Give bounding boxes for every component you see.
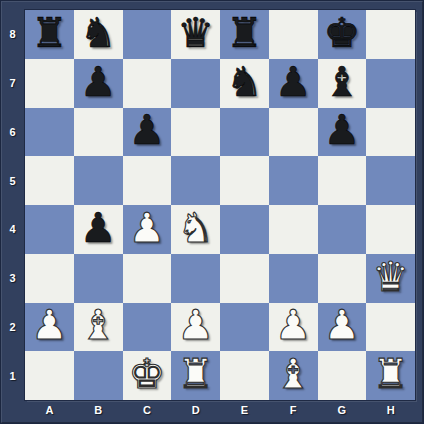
square-e2[interactable] — [220, 303, 269, 352]
square-a6[interactable] — [25, 108, 74, 157]
square-e4[interactable] — [220, 205, 269, 254]
piece-black-rook[interactable]: ♜ — [31, 13, 68, 54]
piece-black-pawn[interactable]: ♟ — [323, 110, 360, 151]
file-label-g: G — [318, 400, 367, 420]
piece-white-king[interactable]: ♚ — [128, 354, 165, 395]
square-d4[interactable]: ♞ — [171, 205, 220, 254]
square-e3[interactable] — [220, 254, 269, 303]
square-g1[interactable] — [318, 351, 367, 400]
piece-black-bishop[interactable]: ♝ — [323, 62, 360, 103]
square-h2[interactable] — [366, 303, 415, 352]
file-label-b: B — [74, 400, 123, 420]
square-d7[interactable] — [171, 59, 220, 108]
square-g5[interactable] — [318, 156, 367, 205]
rank-label-8: 8 — [0, 10, 25, 59]
square-f5[interactable] — [269, 156, 318, 205]
square-a1[interactable] — [25, 351, 74, 400]
rank-labels: 87654321 — [0, 10, 25, 400]
square-d3[interactable] — [171, 254, 220, 303]
file-label-e: E — [220, 400, 269, 420]
file-label-f: F — [269, 400, 318, 420]
square-e7[interactable]: ♞ — [220, 59, 269, 108]
piece-white-knight[interactable]: ♞ — [177, 208, 214, 249]
square-g7[interactable]: ♝ — [318, 59, 367, 108]
square-h1[interactable]: ♜ — [366, 351, 415, 400]
square-a2[interactable]: ♟ — [25, 303, 74, 352]
piece-black-knight[interactable]: ♞ — [226, 62, 263, 103]
square-b5[interactable] — [74, 156, 123, 205]
square-g6[interactable]: ♟ — [318, 108, 367, 157]
square-h5[interactable] — [366, 156, 415, 205]
square-e1[interactable] — [220, 351, 269, 400]
piece-white-pawn[interactable]: ♟ — [323, 305, 360, 346]
square-d6[interactable] — [171, 108, 220, 157]
square-b4[interactable]: ♟ — [74, 205, 123, 254]
piece-white-bishop[interactable]: ♝ — [80, 305, 117, 346]
square-a4[interactable] — [25, 205, 74, 254]
file-label-c: C — [123, 400, 172, 420]
piece-white-pawn[interactable]: ♟ — [31, 305, 68, 346]
square-b8[interactable]: ♞ — [74, 10, 123, 59]
square-f2[interactable]: ♟ — [269, 303, 318, 352]
square-h8[interactable] — [366, 10, 415, 59]
piece-white-rook[interactable]: ♜ — [372, 354, 409, 395]
piece-white-pawn[interactable]: ♟ — [275, 305, 312, 346]
piece-black-queen[interactable]: ♛ — [177, 13, 214, 54]
square-e8[interactable]: ♜ — [220, 10, 269, 59]
square-b6[interactable] — [74, 108, 123, 157]
square-h7[interactable] — [366, 59, 415, 108]
piece-black-knight[interactable]: ♞ — [80, 13, 117, 54]
rank-label-3: 3 — [0, 254, 25, 303]
square-f7[interactable]: ♟ — [269, 59, 318, 108]
square-d5[interactable] — [171, 156, 220, 205]
piece-black-rook[interactable]: ♜ — [226, 13, 263, 54]
rank-label-5: 5 — [0, 156, 25, 205]
square-c6[interactable]: ♟ — [123, 108, 172, 157]
square-b1[interactable] — [74, 351, 123, 400]
square-h3[interactable]: ♛ — [366, 254, 415, 303]
square-c8[interactable] — [123, 10, 172, 59]
square-e5[interactable] — [220, 156, 269, 205]
square-c2[interactable] — [123, 303, 172, 352]
square-d1[interactable]: ♜ — [171, 351, 220, 400]
square-g3[interactable] — [318, 254, 367, 303]
piece-white-rook[interactable]: ♜ — [177, 354, 214, 395]
piece-white-queen[interactable]: ♛ — [372, 257, 409, 298]
square-f3[interactable] — [269, 254, 318, 303]
square-h4[interactable] — [366, 205, 415, 254]
square-a7[interactable] — [25, 59, 74, 108]
square-c4[interactable]: ♟ — [123, 205, 172, 254]
square-c3[interactable] — [123, 254, 172, 303]
piece-black-king[interactable]: ♚ — [323, 13, 360, 54]
square-g2[interactable]: ♟ — [318, 303, 367, 352]
square-f8[interactable] — [269, 10, 318, 59]
file-label-h: H — [366, 400, 415, 420]
square-c5[interactable] — [123, 156, 172, 205]
square-b3[interactable] — [74, 254, 123, 303]
rank-label-4: 4 — [0, 205, 25, 254]
file-label-d: D — [171, 400, 220, 420]
file-labels: ABCDEFGH — [25, 400, 415, 420]
rank-label-7: 7 — [0, 59, 25, 108]
square-h6[interactable] — [366, 108, 415, 157]
piece-black-pawn[interactable]: ♟ — [80, 62, 117, 103]
rank-label-2: 2 — [0, 303, 25, 352]
square-c1[interactable]: ♚ — [123, 351, 172, 400]
rank-label-6: 6 — [0, 108, 25, 157]
square-c7[interactable] — [123, 59, 172, 108]
square-b2[interactable]: ♝ — [74, 303, 123, 352]
square-a5[interactable] — [25, 156, 74, 205]
square-b7[interactable]: ♟ — [74, 59, 123, 108]
piece-white-bishop[interactable]: ♝ — [275, 354, 312, 395]
piece-black-pawn[interactable]: ♟ — [275, 62, 312, 103]
square-f1[interactable]: ♝ — [269, 351, 318, 400]
square-f6[interactable] — [269, 108, 318, 157]
square-d2[interactable]: ♟ — [171, 303, 220, 352]
square-d8[interactable]: ♛ — [171, 10, 220, 59]
square-e6[interactable] — [220, 108, 269, 157]
piece-white-pawn[interactable]: ♟ — [128, 208, 165, 249]
square-g8[interactable]: ♚ — [318, 10, 367, 59]
piece-white-pawn[interactable]: ♟ — [177, 305, 214, 346]
square-f4[interactable] — [269, 205, 318, 254]
square-g4[interactable] — [318, 205, 367, 254]
rank-label-1: 1 — [0, 351, 25, 400]
chess-board[interactable]: ♜♞♛♜♚♟♞♟♝♟♟♟♟♞♛♟♝♟♟♟♚♜♝♜ — [25, 10, 415, 400]
square-a3[interactable] — [25, 254, 74, 303]
square-a8[interactable]: ♜ — [25, 10, 74, 59]
file-label-a: A — [25, 400, 74, 420]
board-frame: 87654321 ♜♞♛♜♚♟♞♟♝♟♟♟♟♞♛♟♝♟♟♟♚♜♝♜ ABCDEF… — [0, 0, 424, 424]
piece-black-pawn[interactable]: ♟ — [80, 208, 117, 249]
piece-black-pawn[interactable]: ♟ — [128, 110, 165, 151]
